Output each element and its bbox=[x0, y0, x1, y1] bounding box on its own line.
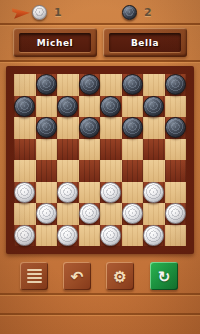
square-r2c1[interactable] bbox=[14, 96, 36, 118]
square-r5c4[interactable] bbox=[79, 160, 101, 182]
square-r8c7[interactable] bbox=[143, 225, 165, 247]
square-r4c7[interactable] bbox=[143, 139, 165, 161]
square-r3c2[interactable] bbox=[36, 117, 58, 139]
square-r1c1[interactable] bbox=[14, 74, 36, 96]
player2-turn-indicator: 2 bbox=[122, 5, 152, 20]
square-r8c2[interactable] bbox=[36, 225, 58, 247]
square-r3c4[interactable] bbox=[79, 117, 101, 139]
square-r3c6[interactable] bbox=[122, 117, 144, 139]
square-r2c3[interactable] bbox=[57, 96, 79, 118]
square-r1c2[interactable] bbox=[36, 74, 58, 96]
square-r4c8[interactable] bbox=[165, 139, 187, 161]
square-r3c3[interactable] bbox=[57, 117, 79, 139]
square-r7c7[interactable] bbox=[143, 203, 165, 225]
player1-number: 1 bbox=[54, 6, 62, 19]
square-r4c6[interactable] bbox=[122, 139, 144, 161]
score-turn-row: 1 2 bbox=[0, 0, 200, 26]
dark-piece[interactable] bbox=[100, 96, 121, 117]
player2-name: Bella bbox=[109, 33, 181, 52]
checkers-board bbox=[6, 66, 194, 254]
white-piece-icon bbox=[32, 5, 47, 20]
square-r1c6[interactable] bbox=[122, 74, 144, 96]
undo-button[interactable]: ↶ bbox=[63, 262, 91, 290]
square-r2c4[interactable] bbox=[79, 96, 101, 118]
player2-nameplate: Bella bbox=[103, 28, 187, 57]
square-r6c5[interactable] bbox=[100, 182, 122, 204]
settings-button[interactable]: ⚙ bbox=[106, 262, 134, 290]
white-piece[interactable] bbox=[36, 203, 57, 224]
white-piece[interactable] bbox=[143, 182, 164, 203]
square-r5c6[interactable] bbox=[122, 160, 144, 182]
square-r6c8[interactable] bbox=[165, 182, 187, 204]
dark-piece[interactable] bbox=[165, 74, 186, 95]
dark-piece[interactable] bbox=[36, 117, 57, 138]
square-r6c6[interactable] bbox=[122, 182, 144, 204]
square-r4c5[interactable] bbox=[100, 139, 122, 161]
square-r7c5[interactable] bbox=[100, 203, 122, 225]
gear-icon: ⚙ bbox=[113, 269, 126, 284]
square-r8c1[interactable] bbox=[14, 225, 36, 247]
square-r2c5[interactable] bbox=[100, 96, 122, 118]
square-r3c8[interactable] bbox=[165, 117, 187, 139]
square-r1c3[interactable] bbox=[57, 74, 79, 96]
square-r1c8[interactable] bbox=[165, 74, 187, 96]
square-r2c7[interactable] bbox=[143, 96, 165, 118]
dark-piece[interactable] bbox=[122, 117, 143, 138]
wood-plank-line bbox=[0, 60, 200, 62]
white-piece[interactable] bbox=[143, 225, 164, 246]
white-piece[interactable] bbox=[57, 225, 78, 246]
square-r7c4[interactable] bbox=[79, 203, 101, 225]
wood-plank-line bbox=[0, 293, 200, 295]
square-r2c6[interactable] bbox=[122, 96, 144, 118]
square-r7c3[interactable] bbox=[57, 203, 79, 225]
square-r3c1[interactable] bbox=[14, 117, 36, 139]
menu-icon bbox=[27, 269, 42, 283]
square-r4c3[interactable] bbox=[57, 139, 79, 161]
white-piece[interactable] bbox=[100, 182, 121, 203]
square-r6c4[interactable] bbox=[79, 182, 101, 204]
square-r1c5[interactable] bbox=[100, 74, 122, 96]
square-r7c2[interactable] bbox=[36, 203, 58, 225]
player1-turn-indicator: 1 bbox=[12, 5, 62, 20]
player2-number: 2 bbox=[144, 6, 152, 19]
square-r7c8[interactable] bbox=[165, 203, 187, 225]
square-r4c1[interactable] bbox=[14, 139, 36, 161]
dark-piece[interactable] bbox=[79, 117, 100, 138]
square-r8c3[interactable] bbox=[57, 225, 79, 247]
dark-piece[interactable] bbox=[36, 74, 57, 95]
restart-icon: ↻ bbox=[158, 269, 171, 284]
square-r6c1[interactable] bbox=[14, 182, 36, 204]
square-r5c1[interactable] bbox=[14, 160, 36, 182]
white-piece[interactable] bbox=[14, 225, 35, 246]
square-r1c4[interactable] bbox=[79, 74, 101, 96]
square-r8c8[interactable] bbox=[165, 225, 187, 247]
dark-piece[interactable] bbox=[57, 96, 78, 117]
undo-icon: ↶ bbox=[71, 269, 84, 284]
square-r2c8[interactable] bbox=[165, 96, 187, 118]
square-r4c4[interactable] bbox=[79, 139, 101, 161]
square-r8c4[interactable] bbox=[79, 225, 101, 247]
square-r5c5[interactable] bbox=[100, 160, 122, 182]
white-piece[interactable] bbox=[79, 203, 100, 224]
player1-name: Michel bbox=[19, 33, 91, 52]
square-r5c3[interactable] bbox=[57, 160, 79, 182]
square-r5c2[interactable] bbox=[36, 160, 58, 182]
square-r3c7[interactable] bbox=[143, 117, 165, 139]
dark-piece[interactable] bbox=[165, 117, 186, 138]
square-r8c6[interactable] bbox=[122, 225, 144, 247]
square-r3c5[interactable] bbox=[100, 117, 122, 139]
square-r4c2[interactable] bbox=[36, 139, 58, 161]
square-r7c6[interactable] bbox=[122, 203, 144, 225]
dark-piece[interactable] bbox=[14, 96, 35, 117]
square-r8c5[interactable] bbox=[100, 225, 122, 247]
square-r1c7[interactable] bbox=[143, 74, 165, 96]
wood-plank-line bbox=[0, 313, 200, 315]
player1-nameplate: Michel bbox=[13, 28, 97, 57]
dark-piece[interactable] bbox=[143, 96, 164, 117]
square-r6c3[interactable] bbox=[57, 182, 79, 204]
menu-button[interactable] bbox=[20, 262, 48, 290]
white-piece[interactable] bbox=[14, 182, 35, 203]
square-r6c7[interactable] bbox=[143, 182, 165, 204]
restart-button[interactable]: ↻ bbox=[150, 262, 178, 290]
square-r7c1[interactable] bbox=[14, 203, 36, 225]
square-r5c7[interactable] bbox=[143, 160, 165, 182]
square-r6c2[interactable] bbox=[36, 182, 58, 204]
turn-arrow-icon bbox=[12, 6, 30, 19]
dark-piece[interactable] bbox=[79, 74, 100, 95]
white-piece[interactable] bbox=[100, 225, 121, 246]
board-grid bbox=[14, 74, 186, 246]
dark-piece[interactable] bbox=[122, 74, 143, 95]
white-piece[interactable] bbox=[122, 203, 143, 224]
white-piece[interactable] bbox=[165, 203, 186, 224]
dark-piece-icon bbox=[122, 5, 137, 20]
square-r2c2[interactable] bbox=[36, 96, 58, 118]
square-r5c8[interactable] bbox=[165, 160, 187, 182]
checkers-app-screen: 1 2 Michel Bella ↶ ⚙ ↻ bbox=[0, 0, 200, 334]
white-piece[interactable] bbox=[57, 182, 78, 203]
